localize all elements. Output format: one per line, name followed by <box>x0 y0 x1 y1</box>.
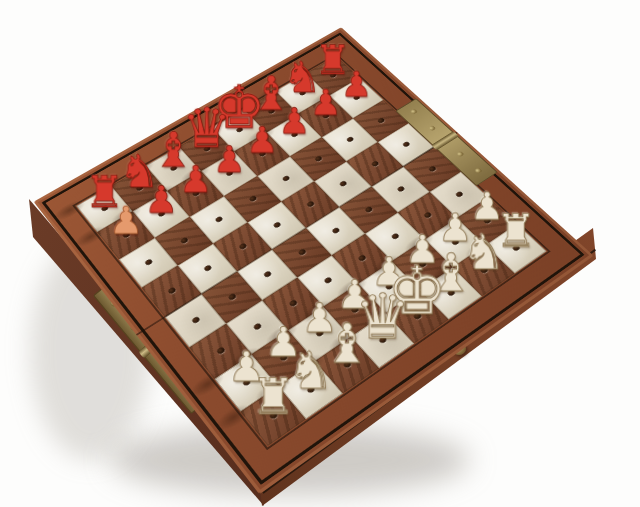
screw-icon <box>456 151 464 157</box>
peg-hole <box>314 155 323 162</box>
peg-hole <box>377 117 386 123</box>
peg-hole <box>203 264 212 272</box>
peg-hole <box>402 141 411 148</box>
square-a7[interactable]: ♟ <box>97 211 155 259</box>
peg-hole <box>346 136 355 143</box>
peg-hole <box>214 216 223 223</box>
peg-hole <box>167 287 176 295</box>
board-grid: ♜♞♝♛♚♝♞♜♟♟♟♟♟♟♟♟♟♟♟♟♟♟♟♟♜♞♝♛♚♝♞♜ <box>76 56 546 446</box>
screw-icon <box>428 125 436 131</box>
peg-hole <box>227 293 237 301</box>
peg-hole <box>248 195 257 202</box>
peg-hole <box>297 248 306 256</box>
rook-icon: ♜ <box>235 371 311 421</box>
peg-hole <box>144 258 153 266</box>
screw-icon <box>474 168 482 174</box>
photo-scene: ♜♞♝♛♚♝♞♜♟♟♟♟♟♟♟♟♟♟♟♟♟♟♟♟♜♞♝♛♚♝♞♜ <box>0 0 640 507</box>
peg-hole <box>371 160 380 167</box>
peg-hole <box>263 270 272 278</box>
peg-hole <box>238 243 247 251</box>
square-a1[interactable]: ♜ <box>241 386 306 446</box>
peg-hole <box>306 200 315 207</box>
screw-icon <box>410 109 418 115</box>
peg-hole <box>191 316 201 324</box>
peg-hole <box>180 237 189 244</box>
peg-hole <box>396 185 405 192</box>
peg-hole <box>428 165 437 172</box>
peg-hole <box>339 180 348 187</box>
peg-hole <box>364 206 373 213</box>
pawn-icon: ♟ <box>92 202 160 240</box>
peg-hole <box>331 227 340 234</box>
peg-hole <box>273 221 282 228</box>
peg-hole <box>282 175 291 182</box>
